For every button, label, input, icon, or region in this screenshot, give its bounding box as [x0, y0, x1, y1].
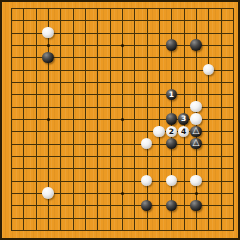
- black-stone: [190, 39, 202, 51]
- grid-vline: [221, 8, 222, 231]
- triangle-mark-icon: △: [193, 137, 200, 149]
- go-diagram: 1324△△: [0, 0, 240, 240]
- black-stone: 1: [166, 89, 178, 101]
- black-stone: 3: [178, 113, 190, 125]
- white-stone: [42, 27, 54, 39]
- star-point: [47, 118, 50, 121]
- star-point: [121, 118, 124, 121]
- black-stone: [42, 52, 54, 64]
- star-point: [47, 44, 50, 47]
- move-number-label: 3: [181, 113, 186, 125]
- grid-hline: [11, 230, 234, 231]
- move-number-label: 1: [169, 88, 174, 100]
- grid-vline: [147, 8, 148, 231]
- white-stone: [190, 101, 202, 113]
- grid-vline: [208, 8, 209, 231]
- white-stone: [42, 187, 54, 199]
- black-stone: [190, 200, 202, 212]
- white-stone: [190, 175, 202, 187]
- black-stone: [166, 113, 178, 125]
- white-stone: [190, 113, 202, 125]
- grid-hline: [11, 156, 234, 157]
- triangle-mark-icon: △: [193, 125, 200, 137]
- black-stone: △: [190, 138, 202, 150]
- go-board[interactable]: [2, 2, 238, 238]
- move-number-label: 4: [181, 125, 186, 137]
- grid-hline: [11, 168, 234, 169]
- black-stone: [166, 39, 178, 51]
- grid-vline: [159, 8, 160, 231]
- white-stone: 2: [166, 126, 178, 138]
- star-point: [121, 192, 124, 195]
- grid-vline: [134, 8, 135, 231]
- white-stone: [153, 126, 165, 138]
- star-point: [121, 44, 124, 47]
- grid-hline: [11, 218, 234, 219]
- black-stone: △: [190, 126, 202, 138]
- move-number-label: 2: [169, 125, 174, 137]
- star-point: [195, 192, 198, 195]
- black-stone: [166, 200, 178, 212]
- grid-vline: [233, 8, 234, 231]
